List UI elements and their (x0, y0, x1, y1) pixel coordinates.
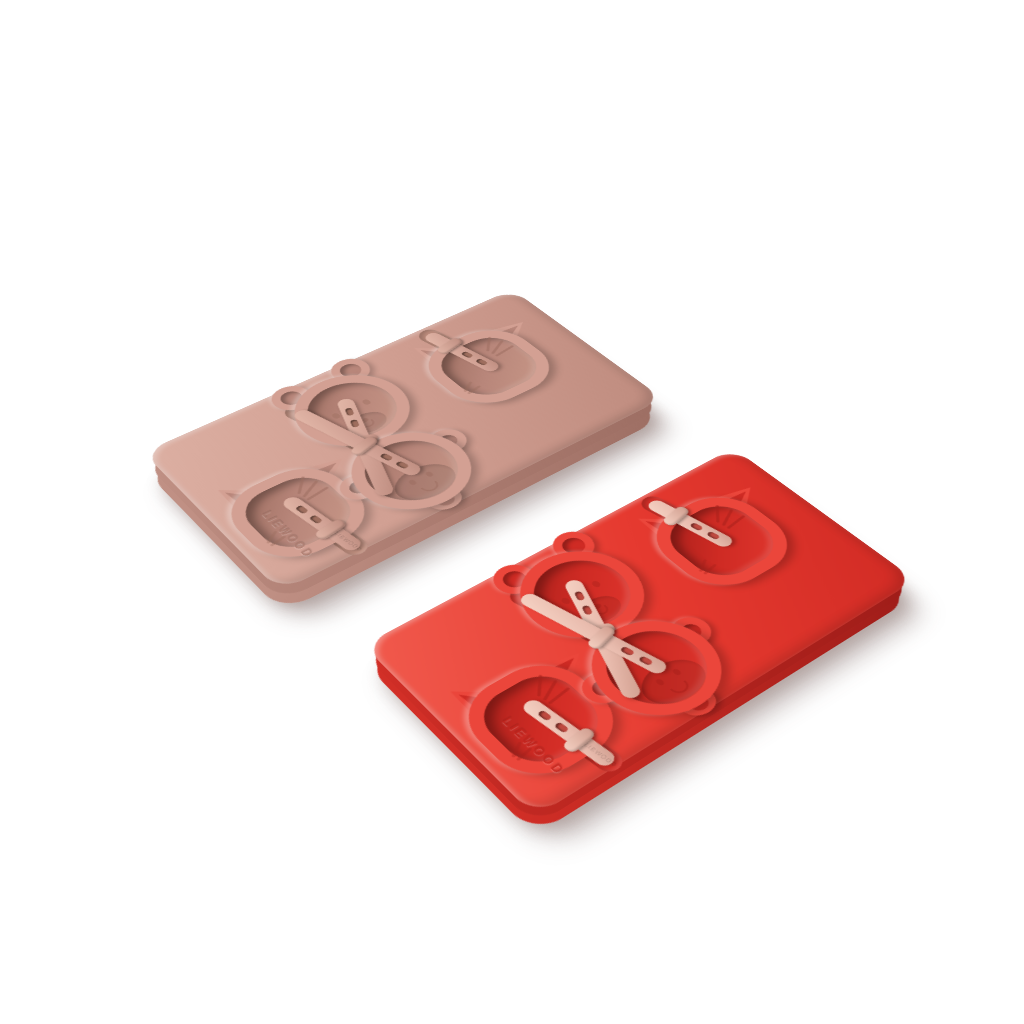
monkey-muzzle (629, 651, 717, 713)
stick-hole (461, 351, 474, 358)
stick-channel (276, 492, 372, 558)
cat-whisker (516, 747, 532, 760)
stick-clip (313, 518, 347, 540)
stick-hole (350, 419, 360, 427)
stick-clip (435, 337, 464, 355)
stick-hole (345, 408, 355, 416)
stick-clip (561, 726, 597, 754)
stick-brand-embossing: LIEWOOD (583, 742, 619, 768)
stick-hole (295, 505, 309, 514)
stick-hole (581, 605, 593, 615)
cat-whisker (511, 742, 521, 758)
monkey-ear-icon (333, 470, 385, 504)
stick-hole (309, 515, 323, 524)
stick-hole (574, 591, 586, 601)
cat-whisker (306, 486, 328, 500)
monkey-ear-icon (423, 425, 474, 457)
stick-hole (380, 453, 394, 461)
monkey-ear-icon (574, 667, 631, 709)
cat-ear-icon (537, 643, 597, 686)
stick-clip (580, 622, 617, 639)
stick-hole (620, 646, 635, 656)
popsicle-stick: LIEWOOD (280, 495, 364, 553)
cat-whisker (543, 680, 557, 701)
cat-whisker (297, 476, 304, 494)
brand-embossing: LIEWOOD (499, 715, 569, 777)
mold-cavity (232, 469, 364, 557)
stick-hole (537, 710, 553, 721)
stick-hole (554, 722, 570, 734)
cat-ear-icon (206, 478, 261, 514)
cat-ear-icon (301, 450, 356, 485)
stick-hole (638, 656, 653, 666)
popsicle-stick: LIEWOOD (520, 697, 619, 768)
stick-clip (586, 625, 617, 651)
cat-whisker (716, 505, 719, 523)
cat-whisker (537, 675, 542, 697)
mold-cavity (468, 665, 613, 774)
monkey-ear-icon (664, 612, 720, 651)
stick-hole (706, 531, 720, 540)
product-photo-stage: LIEWOOD LIEWOOD (0, 0, 1024, 1024)
cat-whisker (270, 535, 286, 546)
brand-embossing: LIEWOOD (259, 509, 317, 560)
mold-cavity (347, 429, 477, 513)
stick-clip (345, 433, 379, 447)
stick-channel (516, 694, 628, 775)
stick-clip (349, 436, 380, 457)
cat-ear-icon (439, 677, 497, 721)
cat-whisker (302, 480, 317, 497)
stick-hole (395, 461, 409, 469)
cat-whisker (548, 687, 570, 704)
cat-whisker (266, 531, 277, 544)
stick-brand-embossing: LIEWOOD (333, 531, 363, 552)
mold-cavity (586, 617, 728, 719)
stick-hole (689, 522, 703, 531)
monkey-muzzle (384, 457, 466, 508)
stick-hole (475, 358, 488, 365)
